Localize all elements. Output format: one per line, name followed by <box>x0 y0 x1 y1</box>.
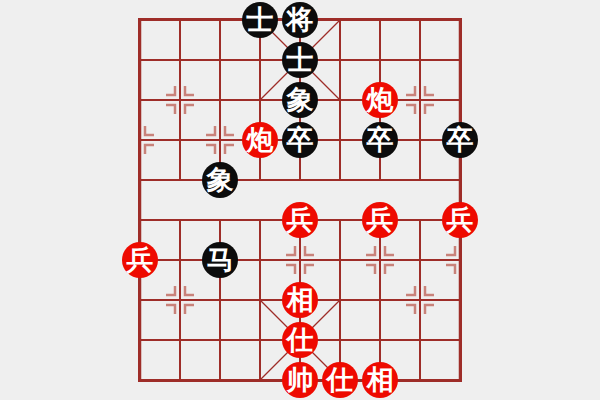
piece-glyph: 炮 <box>247 127 274 154</box>
piece-black-advisor[interactable]: 士 <box>282 42 318 78</box>
piece-glyph: 兵 <box>287 207 314 234</box>
piece-glyph: 相 <box>287 287 314 314</box>
piece-glyph: 仕 <box>327 367 354 394</box>
piece-glyph: 炮 <box>367 87 394 114</box>
piece-red-elephant[interactable]: 相 <box>282 282 318 318</box>
piece-glyph: 相 <box>367 367 394 394</box>
piece-black-horse[interactable]: 马 <box>202 242 238 278</box>
piece-glyph: 卒 <box>447 127 474 154</box>
piece-glyph: 仕 <box>287 327 314 354</box>
piece-glyph: 马 <box>207 247 234 274</box>
piece-red-advisor[interactable]: 仕 <box>282 322 318 358</box>
piece-glyph: 帅 <box>287 367 314 394</box>
piece-red-pawn[interactable]: 兵 <box>442 202 478 238</box>
piece-red-pawn[interactable]: 兵 <box>122 242 158 278</box>
piece-red-general[interactable]: 帅 <box>282 362 318 398</box>
piece-glyph: 士 <box>287 47 314 74</box>
piece-red-pawn[interactable]: 兵 <box>282 202 318 238</box>
piece-black-elephant[interactable]: 象 <box>282 82 318 118</box>
piece-glyph: 兵 <box>447 207 474 234</box>
piece-glyph: 卒 <box>287 127 314 154</box>
piece-glyph: 将 <box>287 7 314 34</box>
piece-black-pawn[interactable]: 卒 <box>442 122 478 158</box>
xiangqi-board[interactable]: 士将士象炮炮卒卒卒象兵兵兵兵马相仕帅仕相 <box>120 0 480 400</box>
piece-glyph: 兵 <box>127 247 154 274</box>
piece-black-advisor[interactable]: 士 <box>242 2 278 38</box>
piece-glyph: 兵 <box>367 207 394 234</box>
piece-black-pawn[interactable]: 卒 <box>362 122 398 158</box>
piece-glyph: 象 <box>287 87 314 114</box>
piece-red-cannon[interactable]: 炮 <box>242 122 278 158</box>
piece-glyph: 士 <box>247 7 274 34</box>
piece-red-advisor[interactable]: 仕 <box>322 362 358 398</box>
piece-glyph: 卒 <box>367 127 394 154</box>
xiangqi-app: 士将士象炮炮卒卒卒象兵兵兵兵马相仕帅仕相 <box>0 0 600 400</box>
piece-black-general[interactable]: 将 <box>282 2 318 38</box>
piece-black-elephant[interactable]: 象 <box>202 162 238 198</box>
piece-black-pawn[interactable]: 卒 <box>282 122 318 158</box>
piece-red-elephant[interactable]: 相 <box>362 362 398 398</box>
piece-glyph: 象 <box>207 167 234 194</box>
piece-red-cannon[interactable]: 炮 <box>362 82 398 118</box>
piece-red-pawn[interactable]: 兵 <box>362 202 398 238</box>
